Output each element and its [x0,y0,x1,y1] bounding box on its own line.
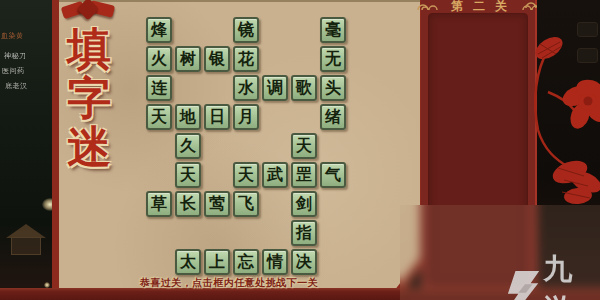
village-hut-illustration [6,224,46,258]
tile-火[interactable]: 火 [146,46,172,72]
tile-镜[interactable]: 镜 [233,17,259,43]
puzzle-grid: 烽镜毫火树银花无连水调歌头天地日月绪久天天天武罡气草长莺飞剑指太上忘情决 [146,17,346,275]
title-char: 填 [58,24,120,73]
tile-剑[interactable]: 剑 [291,191,317,217]
tile-久[interactable]: 久 [175,133,201,159]
tile-树[interactable]: 树 [175,46,201,72]
tile-调[interactable]: 调 [262,75,288,101]
tile-决[interactable]: 决 [291,249,317,275]
tile-毫[interactable]: 毫 [320,17,346,43]
tile-花[interactable]: 花 [233,46,259,72]
red-flower-ornament [518,0,600,212]
tile-银[interactable]: 银 [204,46,230,72]
tile-气[interactable]: 气 [320,162,346,188]
tile-武[interactable]: 武 [262,162,288,188]
game-screen: 血染黄 神秘刀 医问药 底老汉 填 字 迷 烽镜毫火树银花无连水调歌头天地日月绪… [0,0,600,300]
tile-水[interactable]: 水 [233,75,259,101]
level-badge: 第二关 [451,0,517,15]
tile-月[interactable]: 月 [233,104,259,130]
tile-歌[interactable]: 歌 [291,75,317,101]
watermark-text: 九游 [543,250,600,300]
tile-上[interactable]: 上 [204,249,230,275]
tile-地[interactable]: 地 [175,104,201,130]
tile-草[interactable]: 草 [146,191,172,217]
tile-连[interactable]: 连 [146,75,172,101]
tile-天[interactable]: 天 [175,162,201,188]
tile-罡[interactable]: 罡 [291,162,317,188]
tile-飞[interactable]: 飞 [233,191,259,217]
title-char: 迷 [58,122,120,171]
chat-line: 底老汉 [5,81,28,91]
tile-忘[interactable]: 忘 [233,249,259,275]
page-title: 填 字 迷 [58,24,120,171]
jiuyou-logo-icon [506,268,540,300]
tile-莺[interactable]: 莺 [204,191,230,217]
ribbon-ornament [60,0,116,26]
tile-长[interactable]: 长 [175,191,201,217]
tile-太[interactable]: 太 [175,249,201,275]
tile-指[interactable]: 指 [291,220,317,246]
tile-头[interactable]: 头 [320,75,346,101]
tile-情[interactable]: 情 [262,249,288,275]
level-complete-hint: 恭喜过关，点击框内任意处挑战下一关 [59,276,399,290]
tile-日[interactable]: 日 [204,104,230,130]
tile-天[interactable]: 天 [233,162,259,188]
tile-无[interactable]: 无 [320,46,346,72]
jiuyou-watermark: 九游 [506,250,600,300]
chat-line: 医问药 [2,66,25,76]
chat-line: 血染黄 [1,31,24,41]
title-char: 字 [58,73,120,122]
tile-天[interactable]: 天 [291,133,317,159]
tile-天[interactable]: 天 [146,104,172,130]
tile-烽[interactable]: 烽 [146,17,172,43]
chat-line: 神秘刀 [4,51,27,61]
tile-绪[interactable]: 绪 [320,104,346,130]
cloud-scroll-left-icon [416,1,438,12]
